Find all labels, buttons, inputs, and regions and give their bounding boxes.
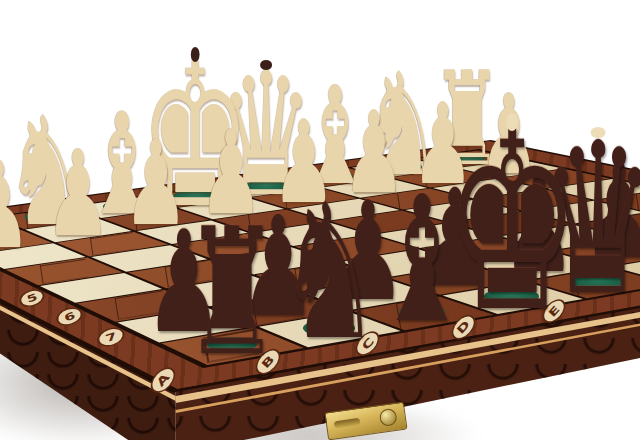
black-queen-finial [591,127,606,138]
black-rook-h8: ♜ [183,205,280,380]
chess-set-photo: 567ABCDE ♜♞♟♝♟♛♟♚♟♝♟♞♟♟♜♟♟♜♟♟♞♟♝♟♛♟♚♟♝♟♞… [0,0,640,440]
black-knight-g8: ♞ [277,179,381,366]
white-queen-finial [260,60,272,69]
white-pawn-g2: ♟ [45,135,111,254]
white-pawn-h2: ♟ [0,145,31,266]
black-bishop-f8: ♝ [374,174,470,348]
black-king-finial [506,113,517,131]
pieces-layer: ♜♞♟♝♟♛♟♚♟♝♟♞♟♟♜♟♟♜♟♟♞♟♝♟♛♟♚♟♝♟♞♜ [0,0,640,440]
white-king-finial [190,47,199,61]
